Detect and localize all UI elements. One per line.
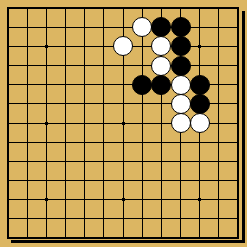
board-shadow-right	[242, 11, 245, 243]
stone-white-K9	[171, 75, 191, 95]
stone-white-J10	[151, 56, 171, 76]
grid-line-horizontal-8	[9, 142, 237, 143]
grid-line-vertical-12	[218, 9, 219, 237]
stone-black-K10	[171, 56, 191, 76]
star-point-7-7	[122, 122, 125, 125]
stone-white-H12	[132, 17, 152, 37]
go-board[interactable]	[7, 7, 239, 239]
stone-black-L9	[190, 75, 210, 95]
star-point-7-11	[122, 198, 125, 201]
stone-black-H9	[132, 75, 152, 95]
board-shadow-bottom	[11, 240, 245, 243]
star-point-11-3	[198, 45, 201, 48]
stone-black-J9	[151, 75, 171, 95]
star-point-3-7	[45, 122, 48, 125]
grid-line-horizontal-12	[9, 218, 237, 219]
stone-black-L8	[190, 94, 210, 114]
stone-white-K7	[171, 113, 191, 133]
stone-white-J11	[151, 36, 171, 56]
stone-white-G11	[113, 36, 133, 56]
stone-black-K12	[171, 17, 191, 37]
stone-black-K11	[171, 36, 191, 56]
stone-white-L7	[190, 113, 210, 133]
grid-line-vertical-8	[142, 9, 143, 237]
stone-white-K8	[171, 94, 191, 114]
grid-line-horizontal-10	[9, 180, 237, 181]
grid-line-horizontal-9	[9, 161, 237, 162]
stone-black-J12	[151, 17, 171, 37]
star-point-3-11	[45, 198, 48, 201]
star-point-11-11	[198, 198, 201, 201]
star-point-3-3	[45, 45, 48, 48]
go-diagram	[0, 0, 247, 247]
